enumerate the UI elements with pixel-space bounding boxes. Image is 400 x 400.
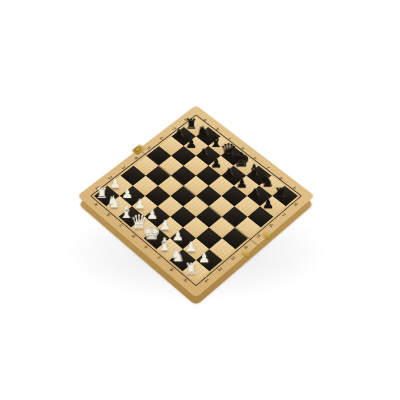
piece-white-rook[interactable]: ♜ bbox=[181, 261, 200, 276]
piece-black-pawn[interactable]: ♟ bbox=[259, 197, 277, 210]
product-photo: abcdefgh abcdefgh 87654321 87654321 ♜♞♝♛… bbox=[0, 0, 400, 400]
